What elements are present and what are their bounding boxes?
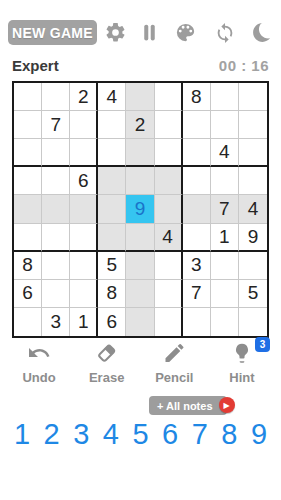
numpad-key-3[interactable]: 3 [67,418,95,450]
numpad-key-8[interactable]: 8 [215,418,243,450]
pencil-label: Pencil [155,370,193,385]
cell-r9c2[interactable]: 3 [42,308,70,336]
cell-r6c9[interactable]: 9 [239,224,267,252]
cell-r2c6[interactable] [155,111,183,139]
all-notes-label: + All notes [157,400,213,412]
cell-r3c7[interactable] [183,139,211,167]
pencil-button[interactable]: Pencil [150,341,198,383]
cell-r4c5[interactable] [126,167,154,195]
cell-r2c8[interactable] [211,111,239,139]
numpad-key-6[interactable]: 6 [156,418,184,450]
cell-r7c6[interactable] [155,252,183,280]
cell-r2c5[interactable]: 2 [126,111,154,139]
top-bar: NEW GAME [0,18,281,46]
cell-r6c1[interactable] [14,224,42,252]
pause-icon[interactable] [137,20,162,45]
cell-r2c9[interactable] [239,111,267,139]
cell-r8c1[interactable]: 6 [14,280,42,308]
cell-r8c8[interactable] [211,280,239,308]
new-game-button[interactable]: NEW GAME [8,20,97,45]
all-notes-arrow-icon: ▶ [219,397,235,413]
difficulty-label: Expert [12,57,59,74]
cell-r7c9[interactable] [239,252,267,280]
cell-r8c4[interactable]: 8 [98,280,126,308]
cell-r7c5[interactable] [126,252,154,280]
numpad-key-1[interactable]: 1 [8,418,36,450]
cell-r2c2[interactable]: 7 [42,111,70,139]
cell-r7c7[interactable]: 3 [183,252,211,280]
numpad-key-9[interactable]: 9 [245,418,273,450]
cell-r8c7[interactable]: 7 [183,280,211,308]
cell-r9c3[interactable]: 1 [70,308,98,336]
cell-r5c2[interactable] [42,195,70,223]
eraser-icon [94,341,119,369]
cell-r7c4[interactable]: 5 [98,252,126,280]
cell-r4c7[interactable] [183,167,211,195]
timer: 00 : 16 [219,57,269,74]
cell-r4c6[interactable] [155,167,183,195]
cell-r4c8[interactable] [211,167,239,195]
cell-r4c9[interactable] [239,167,267,195]
cell-r4c3[interactable]: 6 [70,167,98,195]
cell-r8c3[interactable] [70,280,98,308]
erase-button[interactable]: Erase [83,341,131,383]
cell-r2c3[interactable] [70,111,98,139]
night-mode-moon-icon[interactable] [250,20,275,45]
cell-r6c4[interactable] [98,224,126,252]
cell-r5c4[interactable] [98,195,126,223]
cell-r4c1[interactable] [14,167,42,195]
cell-r9c5[interactable] [126,308,154,336]
cell-r7c8[interactable] [211,252,239,280]
cell-r6c8[interactable]: 1 [211,224,239,252]
cell-r3c1[interactable] [14,139,42,167]
hint-count-badge: 3 [255,337,270,352]
cell-r2c4[interactable] [98,111,126,139]
numpad-key-2[interactable]: 2 [38,418,66,450]
cell-r5c9[interactable]: 4 [239,195,267,223]
toolbar: Undo Erase Pencil 3 Hint [0,341,281,383]
undo-label: Undo [22,370,55,385]
cell-r3c2[interactable] [42,139,70,167]
cell-r3c8[interactable]: 4 [211,139,239,167]
cell-r3c9[interactable] [239,139,267,167]
cell-r4c4[interactable] [98,167,126,195]
number-pad: 123456789 [8,418,273,450]
undo-button[interactable]: Undo [15,341,63,383]
cell-r9c7[interactable] [183,308,211,336]
cell-r5c3[interactable] [70,195,98,223]
cell-r8c5[interactable] [126,280,154,308]
undo-icon [26,341,52,369]
cell-r2c1[interactable] [14,111,42,139]
cell-r3c4[interactable] [98,139,126,167]
cell-r9c8[interactable] [211,308,239,336]
cell-r1c1[interactable] [14,83,42,111]
cell-r8c9[interactable]: 5 [239,280,267,308]
cell-r4c2[interactable] [42,167,70,195]
status-row: Expert 00 : 16 [12,56,269,74]
cell-r5c8[interactable]: 7 [211,195,239,223]
cell-r1c4[interactable]: 4 [98,83,126,111]
cell-r5c5[interactable]: 9 [126,195,154,223]
cell-r1c2[interactable] [42,83,70,111]
cell-r1c8[interactable] [211,83,239,111]
numpad-key-5[interactable]: 5 [127,418,155,450]
cell-r1c3[interactable]: 2 [70,83,98,111]
cell-r9c1[interactable] [14,308,42,336]
cell-r6c2[interactable] [42,224,70,252]
erase-label: Erase [89,370,124,385]
numpad-key-7[interactable]: 7 [186,418,214,450]
cell-r9c9[interactable] [239,308,267,336]
cell-r9c6[interactable] [155,308,183,336]
restart-sync-icon[interactable] [212,20,237,45]
cell-r6c3[interactable] [70,224,98,252]
cell-r7c2[interactable] [42,252,70,280]
cell-r6c6[interactable]: 4 [155,224,183,252]
cell-r1c6[interactable] [155,83,183,111]
cell-r8c6[interactable] [155,280,183,308]
settings-gear-icon[interactable] [103,20,128,45]
hint-label: Hint [229,370,254,385]
sudoku-board: 24872469744198536875316 [12,81,269,338]
cell-r3c3[interactable] [70,139,98,167]
cell-r2c7[interactable] [183,111,211,139]
cell-r1c7[interactable]: 8 [183,83,211,111]
lightbulb-icon [231,341,253,369]
cell-r3c5[interactable] [126,139,154,167]
all-notes-button[interactable]: + All notes ▶ [149,396,227,415]
cell-r6c5[interactable] [126,224,154,252]
cell-r3c6[interactable] [155,139,183,167]
hint-button[interactable]: 3 Hint [218,341,266,383]
cell-r6c7[interactable] [183,224,211,252]
cell-r7c1[interactable]: 8 [14,252,42,280]
cell-r5c1[interactable] [14,195,42,223]
cell-r5c7[interactable] [183,195,211,223]
numpad-key-4[interactable]: 4 [97,418,125,450]
cell-r1c9[interactable] [239,83,267,111]
theme-palette-icon[interactable] [173,20,198,45]
cell-r5c6[interactable] [155,195,183,223]
cell-r1c5[interactable] [126,83,154,111]
cell-r9c4[interactable]: 6 [98,308,126,336]
cell-r7c3[interactable] [70,252,98,280]
pencil-icon [162,341,187,369]
cell-r8c2[interactable] [42,280,70,308]
